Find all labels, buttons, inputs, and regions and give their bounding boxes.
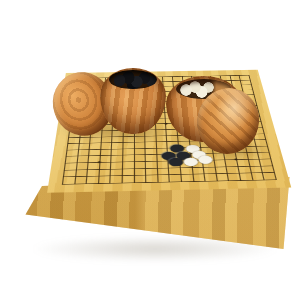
star-point	[164, 123, 167, 125]
go-set-photo: ●●●●●●●●	[0, 0, 300, 300]
black-stones-in-bowl	[109, 70, 157, 89]
